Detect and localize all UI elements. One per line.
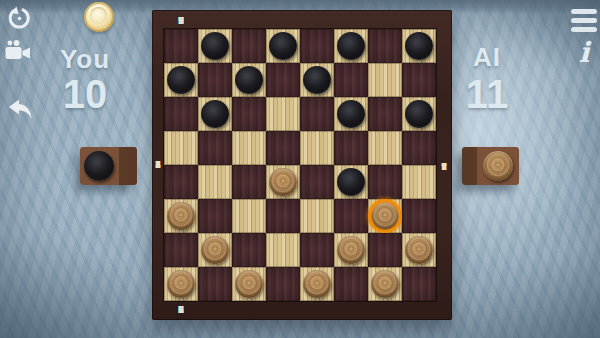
square-b1[interactable] (198, 267, 232, 301)
brown-piece[interactable] (337, 236, 365, 264)
restart-icon (6, 5, 32, 31)
brown-piece[interactable] (167, 202, 195, 230)
brown-piece-selected[interactable] (371, 202, 399, 230)
brown-piece[interactable] (269, 168, 297, 196)
square-h1[interactable] (402, 267, 436, 301)
square-f3[interactable] (334, 199, 368, 233)
coord-label: H (164, 306, 198, 315)
square-d6[interactable] (266, 97, 300, 131)
coord-label: A (164, 15, 198, 24)
square-b3[interactable] (198, 199, 232, 233)
black-piece[interactable] (235, 66, 263, 94)
square-f7[interactable] (334, 63, 368, 97)
right-player-name: AI (442, 42, 532, 73)
square-e6[interactable] (300, 97, 334, 131)
black-piece[interactable] (167, 66, 195, 94)
square-g3[interactable] (368, 199, 402, 233)
square-g6[interactable] (368, 97, 402, 131)
square-b8[interactable] (198, 29, 232, 63)
square-e4[interactable] (300, 165, 334, 199)
info-button[interactable]: i (571, 36, 597, 68)
restart-button[interactable] (5, 4, 33, 32)
square-e2[interactable] (300, 233, 334, 267)
square-d8[interactable] (266, 29, 300, 63)
square-c8[interactable] (232, 29, 266, 63)
square-a3[interactable] (164, 199, 198, 233)
right-capture-tray (462, 147, 519, 185)
square-c1[interactable] (232, 267, 266, 301)
right-player-score: 11 (442, 72, 532, 117)
square-d4[interactable] (266, 165, 300, 199)
square-h2[interactable] (402, 233, 436, 267)
info-icon: i (579, 36, 590, 69)
square-e8[interactable] (300, 29, 334, 63)
hamburger-menu-icon (570, 7, 598, 34)
square-a4[interactable] (164, 165, 198, 199)
right-coordinates: 12345678 (436, 29, 452, 301)
square-h3[interactable] (402, 199, 436, 233)
square-c6[interactable] (232, 97, 266, 131)
square-h8[interactable] (402, 29, 436, 63)
square-f5[interactable] (334, 131, 368, 165)
square-d7[interactable] (266, 63, 300, 97)
brown-piece[interactable] (167, 270, 195, 298)
left-player-name: You (40, 44, 130, 75)
square-h4[interactable] (402, 165, 436, 199)
top-coordinates: HGFEDCBA (164, 10, 436, 29)
black-piece[interactable] (337, 100, 365, 128)
brown-piece[interactable] (201, 236, 229, 264)
checkers-app-screen: You 10 AI 11 i HGFEDCBA ABCDEFGH 8765432… (0, 0, 600, 338)
square-a7[interactable] (164, 63, 198, 97)
undo-button[interactable] (5, 95, 35, 125)
captured-brown-piece (483, 151, 513, 181)
square-a1[interactable] (164, 267, 198, 301)
square-d1[interactable] (266, 267, 300, 301)
checkers-board: HGFEDCBA ABCDEFGH 87654321 12345678 (152, 10, 452, 320)
square-f1[interactable] (334, 267, 368, 301)
black-piece[interactable] (405, 100, 433, 128)
square-a5[interactable] (164, 131, 198, 165)
square-g5[interactable] (368, 131, 402, 165)
square-e7[interactable] (300, 63, 334, 97)
left-coordinates: 87654321 (152, 29, 164, 301)
square-d2[interactable] (266, 233, 300, 267)
video-camera-icon (4, 39, 32, 63)
square-h5[interactable] (402, 131, 436, 165)
brown-piece[interactable] (235, 270, 263, 298)
left-capture-tray (80, 147, 137, 185)
bottom-coordinates: ABCDEFGH (164, 301, 436, 320)
square-g8[interactable] (368, 29, 402, 63)
coord-label: 8 (436, 161, 452, 170)
square-d3[interactable] (266, 199, 300, 233)
black-piece[interactable] (303, 66, 331, 94)
square-h7[interactable] (402, 63, 436, 97)
square-b4[interactable] (198, 165, 232, 199)
square-f4[interactable] (334, 165, 368, 199)
gold-coin[interactable] (84, 2, 114, 32)
square-f2[interactable] (334, 233, 368, 267)
square-a8[interactable] (164, 29, 198, 63)
square-c4[interactable] (232, 165, 266, 199)
square-g7[interactable] (368, 63, 402, 97)
square-e5[interactable] (300, 131, 334, 165)
black-piece[interactable] (337, 168, 365, 196)
square-b6[interactable] (198, 97, 232, 131)
black-piece[interactable] (269, 32, 297, 60)
record-video-button[interactable] (3, 38, 33, 64)
square-g2[interactable] (368, 233, 402, 267)
square-d5[interactable] (266, 131, 300, 165)
black-piece[interactable] (201, 32, 229, 60)
square-g1[interactable] (368, 267, 402, 301)
square-a6[interactable] (164, 97, 198, 131)
captured-black-piece (84, 151, 114, 181)
coord-label: 1 (152, 161, 164, 170)
square-c3[interactable] (232, 199, 266, 233)
square-b7[interactable] (198, 63, 232, 97)
square-a2[interactable] (164, 233, 198, 267)
square-c2[interactable] (232, 233, 266, 267)
square-h6[interactable] (402, 97, 436, 131)
square-e1[interactable] (300, 267, 334, 301)
square-b5[interactable] (198, 131, 232, 165)
square-f8[interactable] (334, 29, 368, 63)
brown-piece[interactable] (371, 270, 399, 298)
square-g4[interactable] (368, 165, 402, 199)
square-f6[interactable] (334, 97, 368, 131)
square-b2[interactable] (198, 233, 232, 267)
undo-arrow-icon (6, 96, 34, 124)
board-squares (164, 29, 436, 301)
square-c5[interactable] (232, 131, 266, 165)
square-e3[interactable] (300, 199, 334, 233)
brown-piece[interactable] (303, 270, 331, 298)
black-piece[interactable] (201, 100, 229, 128)
left-player-score: 10 (40, 72, 130, 117)
menu-button[interactable] (569, 6, 598, 35)
black-piece[interactable] (405, 32, 433, 60)
brown-piece[interactable] (405, 236, 433, 264)
black-piece[interactable] (337, 32, 365, 60)
square-c7[interactable] (232, 63, 266, 97)
